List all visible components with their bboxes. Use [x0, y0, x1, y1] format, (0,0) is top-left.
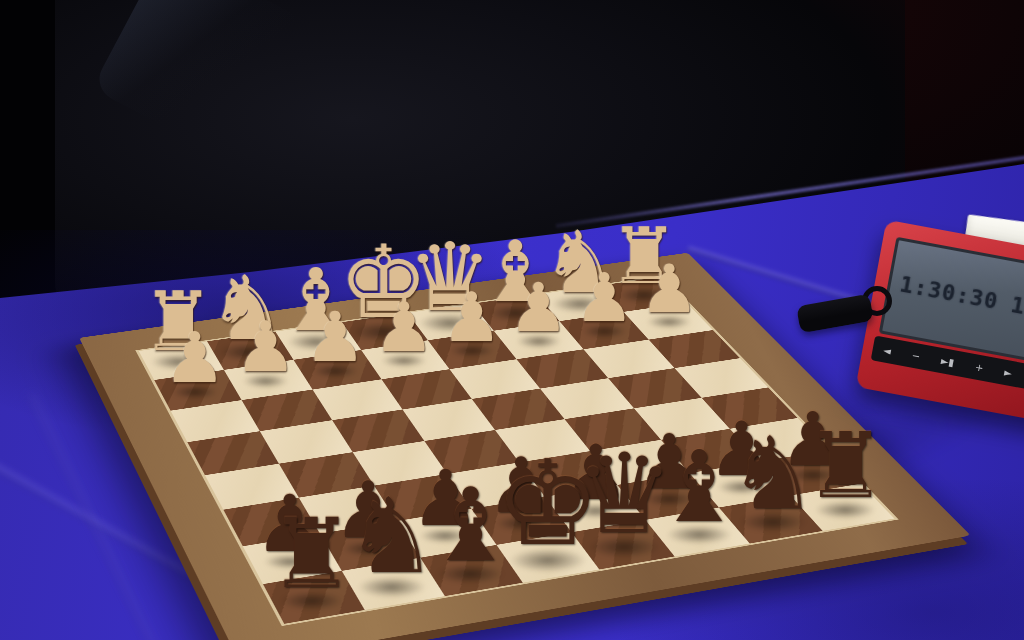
clock-body: 1:30:30 1:30:30 ◄ − ►▮ + ► DGT3000 [856, 220, 1024, 429]
clock-plus-button-icon: + [974, 361, 984, 373]
clock-playpause-button-icon: ►▮ [940, 355, 955, 368]
board-grid [135, 275, 898, 626]
clock-time-right: 1:30:30 [1009, 292, 1024, 335]
clock-run-button-icon: ► [1003, 367, 1013, 379]
clock-time-left: 1:30:30 [898, 271, 1001, 314]
clock-sound-button-icon: ◄ [882, 344, 892, 356]
clock-minus-button-icon: − [911, 350, 921, 362]
photo-stage: ♜♞♝♟♛♟♚♟♝♟♞♟♜♟♟♟♟♟♟♜♟♞♟♝♟♛♟♚♟♝♞♜ 1:30:30… [0, 0, 1024, 640]
